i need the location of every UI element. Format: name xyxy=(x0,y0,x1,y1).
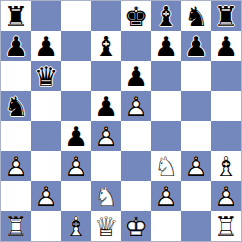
black-knight[interactable]: ♞ xyxy=(1,91,31,121)
black-king[interactable]: ♚ xyxy=(121,1,151,31)
square-c2[interactable] xyxy=(61,181,91,211)
piece-glyph: ♝ xyxy=(91,31,121,61)
black-pawn[interactable]: ♟ xyxy=(31,31,61,61)
piece-glyph: ♜ xyxy=(211,1,241,31)
square-b4[interactable] xyxy=(31,121,61,151)
square-e8[interactable]: ♚ xyxy=(121,1,151,31)
square-d7[interactable]: ♝ xyxy=(91,31,121,61)
piece-glyph: ♟ xyxy=(1,31,31,61)
black-pawn[interactable]: ♟ xyxy=(61,121,91,151)
piece-outline-glyph: ♖ xyxy=(1,211,31,241)
square-b5[interactable] xyxy=(31,91,61,121)
square-a7[interactable]: ♟ xyxy=(1,31,31,61)
square-f6[interactable] xyxy=(151,61,181,91)
square-b1[interactable] xyxy=(31,211,61,241)
square-a2[interactable] xyxy=(1,181,31,211)
piece-outline-glyph: ♗ xyxy=(211,151,241,181)
piece-glyph: ♚ xyxy=(121,1,151,31)
square-g8[interactable]: ♞ xyxy=(181,1,211,31)
white-queen[interactable]: ♛♕ xyxy=(91,211,121,241)
square-e5[interactable]: ♟♙ xyxy=(121,91,151,121)
piece-glyph: ♟ xyxy=(211,31,241,61)
square-f7[interactable]: ♟ xyxy=(151,31,181,61)
square-e3[interactable] xyxy=(121,151,151,181)
square-f4[interactable] xyxy=(151,121,181,151)
square-b3[interactable] xyxy=(31,151,61,181)
white-knight[interactable]: ♞♘ xyxy=(91,181,121,211)
black-rook[interactable]: ♜ xyxy=(1,1,31,31)
square-h5[interactable] xyxy=(211,91,241,121)
piece-outline-glyph: ♙ xyxy=(1,151,31,181)
square-e6[interactable]: ♟ xyxy=(121,61,151,91)
square-d6[interactable] xyxy=(91,61,121,91)
black-queen[interactable]: ♛ xyxy=(31,61,61,91)
piece-glyph: ♞ xyxy=(1,91,31,121)
piece-outline-glyph: ♘ xyxy=(91,181,121,211)
white-bishop[interactable]: ♝♗ xyxy=(211,151,241,181)
square-h4[interactable] xyxy=(211,121,241,151)
square-h8[interactable]: ♜ xyxy=(211,1,241,31)
white-rook[interactable]: ♜♖ xyxy=(211,211,241,241)
square-h6[interactable] xyxy=(211,61,241,91)
piece-outline-glyph: ♗ xyxy=(61,211,91,241)
white-bishop[interactable]: ♝♗ xyxy=(61,211,91,241)
piece-outline-glyph: ♙ xyxy=(61,151,91,181)
piece-outline-glyph: ♙ xyxy=(121,91,151,121)
square-f8[interactable]: ♝ xyxy=(151,1,181,31)
piece-glyph: ♛ xyxy=(31,61,61,91)
square-g2[interactable] xyxy=(181,181,211,211)
piece-outline-glyph: ♙ xyxy=(151,181,181,211)
square-f3[interactable]: ♞♘ xyxy=(151,151,181,181)
square-a1[interactable]: ♜♖ xyxy=(1,211,31,241)
black-bishop[interactable]: ♝ xyxy=(151,1,181,31)
white-knight[interactable]: ♞♘ xyxy=(151,151,181,181)
black-pawn[interactable]: ♟ xyxy=(1,31,31,61)
piece-outline-glyph: ♙ xyxy=(31,181,61,211)
square-e1[interactable]: ♚♔ xyxy=(121,211,151,241)
square-a3[interactable]: ♟♙ xyxy=(1,151,31,181)
square-c5[interactable] xyxy=(61,91,91,121)
square-a6[interactable] xyxy=(1,61,31,91)
piece-glyph: ♟ xyxy=(151,31,181,61)
black-pawn[interactable]: ♟ xyxy=(91,91,121,121)
white-pawn[interactable]: ♟♙ xyxy=(211,181,241,211)
square-h7[interactable]: ♟ xyxy=(211,31,241,61)
piece-outline-glyph: ♙ xyxy=(181,151,211,181)
square-b2[interactable]: ♟♙ xyxy=(31,181,61,211)
piece-glyph: ♟ xyxy=(31,31,61,61)
square-a5[interactable]: ♞ xyxy=(1,91,31,121)
square-g6[interactable] xyxy=(181,61,211,91)
square-h3[interactable]: ♝♗ xyxy=(211,151,241,181)
square-a4[interactable] xyxy=(1,121,31,151)
square-b6[interactable]: ♛ xyxy=(31,61,61,91)
square-c4[interactable]: ♟ xyxy=(61,121,91,151)
square-g5[interactable] xyxy=(181,91,211,121)
white-pawn[interactable]: ♟♙ xyxy=(121,91,151,121)
square-f2[interactable]: ♟♙ xyxy=(151,181,181,211)
piece-glyph: ♞ xyxy=(181,1,211,31)
piece-outline-glyph: ♙ xyxy=(211,181,241,211)
square-d4[interactable]: ♟♙ xyxy=(91,121,121,151)
white-rook[interactable]: ♜♖ xyxy=(1,211,31,241)
piece-glyph: ♟ xyxy=(181,31,211,61)
square-c3[interactable]: ♟♙ xyxy=(61,151,91,181)
white-pawn[interactable]: ♟♙ xyxy=(181,151,211,181)
black-bishop[interactable]: ♝ xyxy=(91,31,121,61)
chess-board: ♜♚♝♞♜♟♟♝♟♟♟♛♟♞♟♟♙♟♟♙♟♙♟♙♞♘♟♙♝♗♟♙♞♘♟♙♟♙♜♖… xyxy=(0,0,242,242)
square-c7[interactable] xyxy=(61,31,91,61)
black-pawn[interactable]: ♟ xyxy=(121,61,151,91)
square-f5[interactable] xyxy=(151,91,181,121)
piece-glyph: ♟ xyxy=(91,91,121,121)
square-b7[interactable]: ♟ xyxy=(31,31,61,61)
square-e2[interactable] xyxy=(121,181,151,211)
square-c1[interactable]: ♝♗ xyxy=(61,211,91,241)
white-pawn[interactable]: ♟♙ xyxy=(31,181,61,211)
piece-glyph: ♟ xyxy=(121,61,151,91)
square-h2[interactable]: ♟♙ xyxy=(211,181,241,211)
square-c8[interactable] xyxy=(61,1,91,31)
piece-outline-glyph: ♔ xyxy=(121,211,151,241)
square-e7[interactable] xyxy=(121,31,151,61)
piece-outline-glyph: ♙ xyxy=(91,121,121,151)
white-king[interactable]: ♚♔ xyxy=(121,211,151,241)
square-c6[interactable] xyxy=(61,61,91,91)
square-g1[interactable] xyxy=(181,211,211,241)
white-pawn[interactable]: ♟♙ xyxy=(1,151,31,181)
square-a8[interactable]: ♜ xyxy=(1,1,31,31)
black-knight[interactable]: ♞ xyxy=(181,1,211,31)
piece-glyph: ♟ xyxy=(61,121,91,151)
square-h1[interactable]: ♜♖ xyxy=(211,211,241,241)
square-d1[interactable]: ♛♕ xyxy=(91,211,121,241)
square-d3[interactable] xyxy=(91,151,121,181)
white-pawn[interactable]: ♟♙ xyxy=(151,181,181,211)
piece-outline-glyph: ♘ xyxy=(151,151,181,181)
piece-outline-glyph: ♖ xyxy=(211,211,241,241)
black-rook[interactable]: ♜ xyxy=(211,1,241,31)
black-pawn[interactable]: ♟ xyxy=(151,31,181,61)
black-pawn[interactable]: ♟ xyxy=(211,31,241,61)
white-pawn[interactable]: ♟♙ xyxy=(91,121,121,151)
black-pawn[interactable]: ♟ xyxy=(181,31,211,61)
square-g3[interactable]: ♟♙ xyxy=(181,151,211,181)
square-d2[interactable]: ♞♘ xyxy=(91,181,121,211)
piece-glyph: ♝ xyxy=(151,1,181,31)
square-e4[interactable] xyxy=(121,121,151,151)
piece-outline-glyph: ♕ xyxy=(91,211,121,241)
square-b8[interactable] xyxy=(31,1,61,31)
piece-glyph: ♜ xyxy=(1,1,31,31)
square-d5[interactable]: ♟ xyxy=(91,91,121,121)
square-d8[interactable] xyxy=(91,1,121,31)
square-g7[interactable]: ♟ xyxy=(181,31,211,61)
square-f1[interactable] xyxy=(151,211,181,241)
square-g4[interactable] xyxy=(181,121,211,151)
white-pawn[interactable]: ♟♙ xyxy=(61,151,91,181)
